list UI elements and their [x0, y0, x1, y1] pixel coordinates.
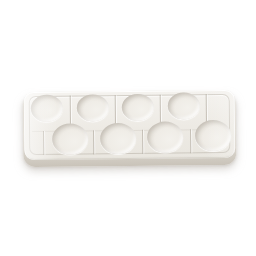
cell-divider-grooves — [24, 90, 235, 92]
palette-tray — [0, 0, 256, 256]
pit-r1c1[interactable] — [31, 95, 63, 122]
photo-background — [0, 0, 256, 256]
tray-surface — [24, 90, 236, 160]
pit-grid — [24, 90, 235, 92]
